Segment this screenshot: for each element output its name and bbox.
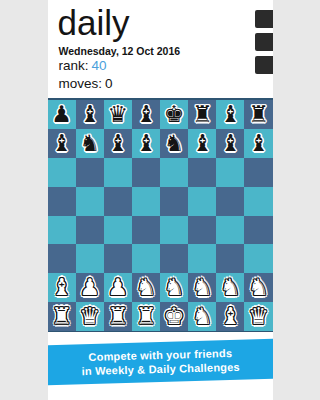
piece-bN-e7: ♞ [164,132,185,155]
square-e8[interactable]: ♚ [160,100,188,129]
square-a5[interactable] [48,187,76,216]
piece-wR-d1: ♜ [136,305,157,328]
square-b8[interactable]: ♝ [76,100,104,129]
piece-bN-b7: ♞ [79,132,100,155]
board-bottom-edge [48,331,273,332]
square-h5[interactable] [244,187,272,216]
square-g8[interactable]: ♝ [216,100,244,129]
square-f8[interactable]: ♜ [188,100,216,129]
menu-bar-icon [255,56,273,74]
square-a6[interactable] [48,158,76,187]
square-b3[interactable] [76,244,104,273]
square-f5[interactable] [188,187,216,216]
square-g3[interactable] [216,244,244,273]
square-f3[interactable] [188,244,216,273]
square-f2[interactable]: ♞ [188,273,216,302]
square-h6[interactable] [244,158,272,187]
piece-wB-g1: ♝ [220,305,241,328]
square-g2[interactable]: ♞ [216,273,244,302]
square-c4[interactable] [104,216,132,245]
square-g7[interactable]: ♝ [216,129,244,158]
square-e2[interactable]: ♞ [160,273,188,302]
square-f4[interactable] [188,216,216,245]
piece-wQ-h1: ♛ [248,305,269,328]
square-d5[interactable] [132,187,160,216]
piece-bK-e8: ♚ [164,103,185,126]
square-g4[interactable] [216,216,244,245]
square-c8[interactable]: ♛ [104,100,132,129]
menu-bar-icon [255,33,273,51]
piece-bB-d7: ♝ [136,132,157,155]
piece-wN-d2: ♞ [136,276,157,299]
square-a3[interactable] [48,244,76,273]
square-c1[interactable]: ♜ [104,302,132,331]
square-e3[interactable] [160,244,188,273]
piece-bB-g7: ♝ [220,132,241,155]
square-d4[interactable] [132,216,160,245]
square-e4[interactable] [160,216,188,245]
square-h2[interactable]: ♞ [244,273,272,302]
piece-wR-c1: ♜ [108,305,129,328]
square-h4[interactable] [244,216,272,245]
piece-bB-b8: ♝ [79,103,100,126]
square-c7[interactable]: ♝ [104,129,132,158]
piece-wB-a2: ♝ [51,276,72,299]
square-a1[interactable]: ♜ [48,302,76,331]
square-e7[interactable]: ♞ [160,129,188,158]
moves-label: moves: [59,76,103,91]
piece-wN-f1: ♞ [192,305,213,328]
square-d2[interactable]: ♞ [132,273,160,302]
square-c2[interactable]: ♟ [104,273,132,302]
piece-bR-h8: ♜ [248,103,269,126]
square-h7[interactable]: ♝ [244,129,272,158]
square-f7[interactable]: ♝ [188,129,216,158]
square-f6[interactable] [188,158,216,187]
piece-wR-a1: ♜ [51,305,72,328]
piece-bB-c7: ♝ [108,132,129,155]
square-e6[interactable] [160,158,188,187]
rank-row: rank:40 [59,58,107,73]
square-g5[interactable] [216,187,244,216]
square-d8[interactable]: ♝ [132,100,160,129]
square-c5[interactable] [104,187,132,216]
square-a8[interactable]: ♟ [48,100,76,129]
piece-wN-f2: ♞ [192,276,213,299]
moves-value: 0 [105,76,113,91]
square-e1[interactable]: ♚ [160,302,188,331]
square-a2[interactable]: ♝ [48,273,76,302]
rank-label: rank: [59,58,89,73]
piece-wN-h2: ♞ [248,276,269,299]
challenge-date: Wednesday, 12 Oct 2016 [59,45,181,57]
square-h3[interactable] [244,244,272,273]
piece-bB-g8: ♝ [220,103,241,126]
page-title: daily [58,3,130,43]
piece-wQ-b1: ♛ [79,305,100,328]
chess-board: ♟♝♛♝♚♜♝♜♝♞♝♝♞♝♝♝♝♟♟♞♞♞♞♞♜♛♜♜♚♞♝♛ [48,100,273,331]
piece-bP-a8: ♟ [51,103,72,126]
square-e5[interactable] [160,187,188,216]
square-a7[interactable]: ♝ [48,129,76,158]
app-screen: daily Wednesday, 12 Oct 2016 rank:40 mov… [48,0,273,400]
moves-row: moves:0 [59,76,113,91]
piece-bQ-c8: ♛ [108,103,129,126]
rank-value: 40 [92,58,107,73]
square-b6[interactable] [76,158,104,187]
square-c6[interactable] [104,158,132,187]
piece-bB-f7: ♝ [192,132,213,155]
piece-bB-a7: ♝ [51,132,72,155]
menu-bar-icon [255,10,273,28]
piece-bB-h7: ♝ [248,132,269,155]
piece-wN-g2: ♞ [220,276,241,299]
square-g6[interactable] [216,158,244,187]
square-h8[interactable]: ♜ [244,100,272,129]
square-c3[interactable] [104,244,132,273]
piece-wK-e1: ♚ [164,305,185,328]
square-d3[interactable] [132,244,160,273]
square-b1[interactable]: ♛ [76,302,104,331]
promo-banner[interactable]: Compete with your friends in Weekly & Da… [48,339,273,386]
square-a4[interactable] [48,216,76,245]
piece-bR-f8: ♜ [192,103,213,126]
menu-icon[interactable] [255,10,273,79]
square-b4[interactable] [76,216,104,245]
piece-bB-d8: ♝ [136,103,157,126]
square-b2[interactable]: ♟ [76,273,104,302]
square-h1[interactable]: ♛ [244,302,272,331]
square-d7[interactable]: ♝ [132,129,160,158]
square-g1[interactable]: ♝ [216,302,244,331]
square-d1[interactable]: ♜ [132,302,160,331]
piece-wN-e2: ♞ [164,276,185,299]
square-b5[interactable] [76,187,104,216]
piece-wP-c2: ♟ [108,276,129,299]
square-f1[interactable]: ♞ [188,302,216,331]
square-b7[interactable]: ♞ [76,129,104,158]
square-d6[interactable] [132,158,160,187]
piece-wP-b2: ♟ [79,276,100,299]
